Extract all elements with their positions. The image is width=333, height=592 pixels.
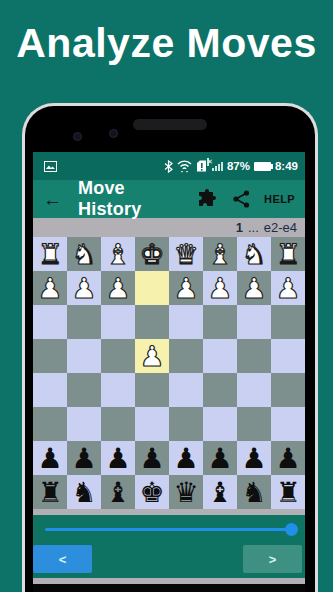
- square-b7[interactable]: ♟: [237, 441, 271, 475]
- phone-mockup: ✕ 87% 8:49 ← Move History HELP 1: [22, 103, 318, 592]
- bluetooth-icon: [164, 160, 173, 173]
- move-ellipsis: ...: [248, 220, 259, 235]
- square-a3[interactable]: [271, 305, 305, 339]
- square-h8[interactable]: ♜: [33, 475, 67, 509]
- square-h6[interactable]: [33, 407, 67, 441]
- battery-percent: 87%: [227, 160, 250, 172]
- square-h4[interactable]: [33, 339, 67, 373]
- move-slider[interactable]: [45, 528, 295, 531]
- square-c2[interactable]: ♟: [203, 271, 237, 305]
- playback-controls: < >: [33, 515, 305, 578]
- square-d2[interactable]: ♟: [169, 271, 203, 305]
- chess-board: ♜♞♝♚♛♝♞♜♟♟♟♟♟♟♟♟♟♟♟♟♟♟♟♟♜♞♝♚♛♝♞♜: [33, 237, 305, 509]
- sim-alert-icon: [196, 160, 207, 172]
- square-f3[interactable]: [101, 305, 135, 339]
- square-a8[interactable]: ♜: [271, 475, 305, 509]
- square-a2[interactable]: ♟: [271, 271, 305, 305]
- square-c8[interactable]: ♝: [203, 475, 237, 509]
- puzzle-icon[interactable]: [197, 189, 217, 209]
- square-d5[interactable]: [169, 373, 203, 407]
- square-b8[interactable]: ♞: [237, 475, 271, 509]
- square-h1[interactable]: ♜: [33, 237, 67, 271]
- move-indicator: 1 ... e2-e4: [33, 218, 305, 237]
- earpiece-speaker: [133, 119, 207, 130]
- square-e5[interactable]: [135, 373, 169, 407]
- square-b5[interactable]: [237, 373, 271, 407]
- square-a6[interactable]: [271, 407, 305, 441]
- previous-move-button[interactable]: <: [33, 545, 92, 573]
- square-g6[interactable]: [67, 407, 101, 441]
- square-d1[interactable]: ♛: [169, 237, 203, 271]
- square-d4[interactable]: [169, 339, 203, 373]
- square-f2[interactable]: ♟: [101, 271, 135, 305]
- square-c5[interactable]: [203, 373, 237, 407]
- square-g7[interactable]: ♟: [67, 441, 101, 475]
- square-g1[interactable]: ♞: [67, 237, 101, 271]
- square-f8[interactable]: ♝: [101, 475, 135, 509]
- square-e1[interactable]: ♚: [135, 237, 169, 271]
- square-b4[interactable]: [237, 339, 271, 373]
- square-f5[interactable]: [101, 373, 135, 407]
- screenshot-icon: [44, 161, 57, 172]
- square-f6[interactable]: [101, 407, 135, 441]
- headline: Analyze Moves: [0, 20, 333, 67]
- square-g8[interactable]: ♞: [67, 475, 101, 509]
- square-f1[interactable]: ♝: [101, 237, 135, 271]
- page-title: Move History: [78, 178, 181, 220]
- square-g3[interactable]: [67, 305, 101, 339]
- square-e4[interactable]: ♟: [135, 339, 169, 373]
- square-b6[interactable]: [237, 407, 271, 441]
- clock: 8:49: [275, 160, 298, 172]
- square-h5[interactable]: [33, 373, 67, 407]
- square-e7[interactable]: ♟: [135, 441, 169, 475]
- square-h2[interactable]: ♟: [33, 271, 67, 305]
- camera-dot: [73, 132, 82, 141]
- move-number: 1: [236, 220, 243, 235]
- phone-top-bezel: [25, 106, 315, 152]
- slider-thumb[interactable]: [285, 523, 298, 536]
- square-c7[interactable]: ♟: [203, 441, 237, 475]
- square-b1[interactable]: ♞: [237, 237, 271, 271]
- square-a7[interactable]: ♟: [271, 441, 305, 475]
- square-g4[interactable]: [67, 339, 101, 373]
- square-c3[interactable]: [203, 305, 237, 339]
- square-a5[interactable]: [271, 373, 305, 407]
- square-f7[interactable]: ♟: [101, 441, 135, 475]
- square-c1[interactable]: ♝: [203, 237, 237, 271]
- square-g5[interactable]: [67, 373, 101, 407]
- no-signal-icon: ✕: [211, 162, 223, 171]
- square-f4[interactable]: [101, 339, 135, 373]
- help-button[interactable]: HELP: [264, 193, 295, 205]
- move-text: e2-e4: [264, 220, 297, 235]
- share-icon[interactable]: [233, 190, 250, 208]
- square-a1[interactable]: ♜: [271, 237, 305, 271]
- square-e3[interactable]: [135, 305, 169, 339]
- square-c6[interactable]: [203, 407, 237, 441]
- next-move-button[interactable]: >: [243, 545, 302, 573]
- page: Analyze Moves: [0, 0, 333, 592]
- square-a4[interactable]: [271, 339, 305, 373]
- square-d3[interactable]: [169, 305, 203, 339]
- phone-screen: ✕ 87% 8:49 ← Move History HELP 1: [33, 152, 305, 592]
- wifi-icon: [177, 160, 192, 173]
- app-bar: ← Move History HELP: [33, 180, 305, 218]
- bottom-panel: [33, 584, 305, 592]
- square-c4[interactable]: [203, 339, 237, 373]
- square-h7[interactable]: ♟: [33, 441, 67, 475]
- square-h3[interactable]: [33, 305, 67, 339]
- back-arrow-icon[interactable]: ←: [43, 190, 62, 209]
- square-d6[interactable]: [169, 407, 203, 441]
- square-d8[interactable]: ♛: [169, 475, 203, 509]
- status-bar: ✕ 87% 8:49: [33, 152, 305, 180]
- camera-dot: [109, 129, 118, 138]
- square-b3[interactable]: [237, 305, 271, 339]
- square-d7[interactable]: ♟: [169, 441, 203, 475]
- square-e6[interactable]: [135, 407, 169, 441]
- battery-icon: [254, 162, 271, 171]
- square-b2[interactable]: ♟: [237, 271, 271, 305]
- square-g2[interactable]: ♟: [67, 271, 101, 305]
- square-e2[interactable]: [135, 271, 169, 305]
- square-e8[interactable]: ♚: [135, 475, 169, 509]
